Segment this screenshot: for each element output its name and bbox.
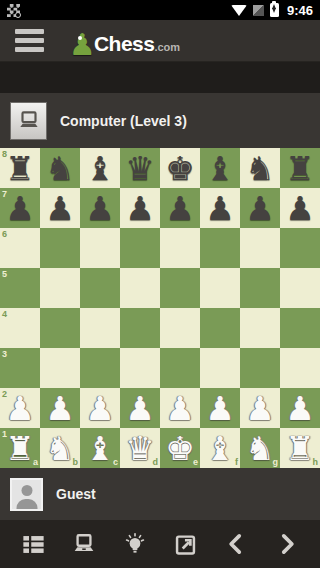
- black-pawn[interactable]: ♟: [40, 188, 80, 228]
- square-d8[interactable]: ♛: [120, 148, 160, 188]
- square-a1[interactable]: 1a♜: [0, 428, 40, 468]
- square-a6[interactable]: 6: [0, 228, 40, 268]
- square-a4[interactable]: 4: [0, 308, 40, 348]
- square-c3[interactable]: [80, 348, 120, 388]
- black-rook[interactable]: ♜: [280, 148, 320, 188]
- white-pawn[interactable]: ♟: [120, 388, 160, 428]
- back-button[interactable]: [219, 527, 253, 561]
- square-c7[interactable]: ♟: [80, 188, 120, 228]
- status-time: 9:46: [287, 3, 313, 18]
- battery-charging-icon: [270, 3, 279, 17]
- white-queen[interactable]: ♛: [120, 428, 160, 468]
- square-f1[interactable]: f♝: [200, 428, 240, 468]
- square-c2[interactable]: ♟: [80, 388, 120, 428]
- square-d3[interactable]: [120, 348, 160, 388]
- white-pawn[interactable]: ♟: [240, 388, 280, 428]
- spacer: [0, 62, 320, 93]
- square-h2[interactable]: ♟: [280, 388, 320, 428]
- square-e2[interactable]: ♟: [160, 388, 200, 428]
- square-c8[interactable]: ♝: [80, 148, 120, 188]
- square-g6[interactable]: [240, 228, 280, 268]
- square-h3[interactable]: [280, 348, 320, 388]
- white-bishop[interactable]: ♝: [200, 428, 240, 468]
- square-b3[interactable]: [40, 348, 80, 388]
- computer-player-icon: [10, 102, 47, 140]
- wifi-icon: [231, 5, 247, 16]
- logo-pawn-icon: ♟: [69, 30, 96, 60]
- square-e3[interactable]: [160, 348, 200, 388]
- square-g2[interactable]: ♟: [240, 388, 280, 428]
- black-king[interactable]: ♚: [160, 148, 200, 188]
- chesscom-logo[interactable]: ♟ Chess .com: [69, 26, 180, 56]
- guest-avatar: [10, 478, 43, 511]
- square-h5[interactable]: [280, 268, 320, 308]
- square-h6[interactable]: [280, 228, 320, 268]
- square-b2[interactable]: ♟: [40, 388, 80, 428]
- square-f2[interactable]: ♟: [200, 388, 240, 428]
- square-e5[interactable]: [160, 268, 200, 308]
- chess-notification-icon: [7, 4, 20, 17]
- square-a8[interactable]: 8♜: [0, 148, 40, 188]
- black-bishop[interactable]: ♝: [200, 148, 240, 188]
- cell-signal-icon: [253, 5, 264, 16]
- square-c5[interactable]: [80, 268, 120, 308]
- white-rook[interactable]: ♜: [280, 428, 320, 468]
- rank-label: 4: [2, 310, 7, 319]
- white-bishop[interactable]: ♝: [80, 428, 120, 468]
- opponent-bar[interactable]: Computer (Level 3): [0, 93, 320, 148]
- square-e6[interactable]: [160, 228, 200, 268]
- square-d4[interactable]: [120, 308, 160, 348]
- status-bar: 9:46: [0, 0, 320, 20]
- white-knight[interactable]: ♞: [240, 428, 280, 468]
- player-bar[interactable]: Guest: [0, 468, 320, 520]
- square-b1[interactable]: b♞: [40, 428, 80, 468]
- square-b5[interactable]: [40, 268, 80, 308]
- white-king[interactable]: ♚: [160, 428, 200, 468]
- square-c4[interactable]: [80, 308, 120, 348]
- logo-text: Chess: [94, 32, 155, 56]
- computer-button[interactable]: [67, 527, 101, 561]
- square-h7[interactable]: ♟: [280, 188, 320, 228]
- square-f7[interactable]: ♟: [200, 188, 240, 228]
- square-f3[interactable]: [200, 348, 240, 388]
- square-e8[interactable]: ♚: [160, 148, 200, 188]
- black-knight[interactable]: ♞: [40, 148, 80, 188]
- square-f5[interactable]: [200, 268, 240, 308]
- opponent-name: Computer (Level 3): [60, 113, 187, 129]
- black-bishop[interactable]: ♝: [80, 148, 120, 188]
- white-pawn[interactable]: ♟: [80, 388, 120, 428]
- square-b6[interactable]: [40, 228, 80, 268]
- app-header: ♟ Chess .com: [0, 20, 320, 62]
- square-e7[interactable]: ♟: [160, 188, 200, 228]
- square-a2[interactable]: 2♟: [0, 388, 40, 428]
- black-pawn[interactable]: ♟: [280, 188, 320, 228]
- black-pawn[interactable]: ♟: [240, 188, 280, 228]
- white-pawn[interactable]: ♟: [160, 388, 200, 428]
- white-rook[interactable]: ♜: [0, 428, 40, 468]
- square-d2[interactable]: ♟: [120, 388, 160, 428]
- square-f8[interactable]: ♝: [200, 148, 240, 188]
- square-g5[interactable]: [240, 268, 280, 308]
- black-pawn[interactable]: ♟: [200, 188, 240, 228]
- white-knight[interactable]: ♞: [40, 428, 80, 468]
- square-e4[interactable]: [160, 308, 200, 348]
- square-d1[interactable]: d♛: [120, 428, 160, 468]
- white-pawn[interactable]: ♟: [0, 388, 40, 428]
- black-queen[interactable]: ♛: [120, 148, 160, 188]
- square-a3[interactable]: 3: [0, 348, 40, 388]
- logo-suffix: .com: [154, 41, 180, 53]
- chess-board[interactable]: 8♜♞♝♛♚♝♞♜7♟♟♟♟♟♟♟♟65432♟♟♟♟♟♟♟♟1a♜b♞c♝d♛…: [0, 148, 320, 468]
- square-f4[interactable]: [200, 308, 240, 348]
- forward-button[interactable]: [270, 527, 304, 561]
- moves-list-button[interactable]: [16, 527, 50, 561]
- black-rook[interactable]: ♜: [0, 148, 40, 188]
- square-c6[interactable]: [80, 228, 120, 268]
- square-a5[interactable]: 5: [0, 268, 40, 308]
- black-pawn[interactable]: ♟: [80, 188, 120, 228]
- square-e1[interactable]: e♚: [160, 428, 200, 468]
- square-b4[interactable]: [40, 308, 80, 348]
- square-d7[interactable]: ♟: [120, 188, 160, 228]
- menu-button[interactable]: [15, 29, 44, 52]
- square-b7[interactable]: ♟: [40, 188, 80, 228]
- square-h1[interactable]: h♜: [280, 428, 320, 468]
- expand-button[interactable]: [168, 527, 202, 561]
- bottom-toolbar: [0, 520, 320, 568]
- square-g3[interactable]: [240, 348, 280, 388]
- player-name: Guest: [56, 486, 96, 502]
- black-pawn[interactable]: ♟: [0, 188, 40, 228]
- black-knight[interactable]: ♞: [240, 148, 280, 188]
- square-g1[interactable]: g♞: [240, 428, 280, 468]
- square-h8[interactable]: ♜: [280, 148, 320, 188]
- rank-label: 6: [2, 230, 7, 239]
- app-screen: 9:46 ♟ Chess .com Computer (Level 3) 8♜♞…: [0, 0, 320, 568]
- white-pawn[interactable]: ♟: [280, 388, 320, 428]
- square-b8[interactable]: ♞: [40, 148, 80, 188]
- square-a7[interactable]: 7♟: [0, 188, 40, 228]
- square-h4[interactable]: [280, 308, 320, 348]
- rank-label: 5: [2, 270, 7, 279]
- black-pawn[interactable]: ♟: [120, 188, 160, 228]
- square-g8[interactable]: ♞: [240, 148, 280, 188]
- square-c1[interactable]: c♝: [80, 428, 120, 468]
- white-pawn[interactable]: ♟: [200, 388, 240, 428]
- hint-button[interactable]: [118, 527, 152, 561]
- black-pawn[interactable]: ♟: [160, 188, 200, 228]
- square-d6[interactable]: [120, 228, 160, 268]
- white-pawn[interactable]: ♟: [40, 388, 80, 428]
- square-g4[interactable]: [240, 308, 280, 348]
- square-g7[interactable]: ♟: [240, 188, 280, 228]
- square-d5[interactable]: [120, 268, 160, 308]
- rank-label: 3: [2, 350, 7, 359]
- square-f6[interactable]: [200, 228, 240, 268]
